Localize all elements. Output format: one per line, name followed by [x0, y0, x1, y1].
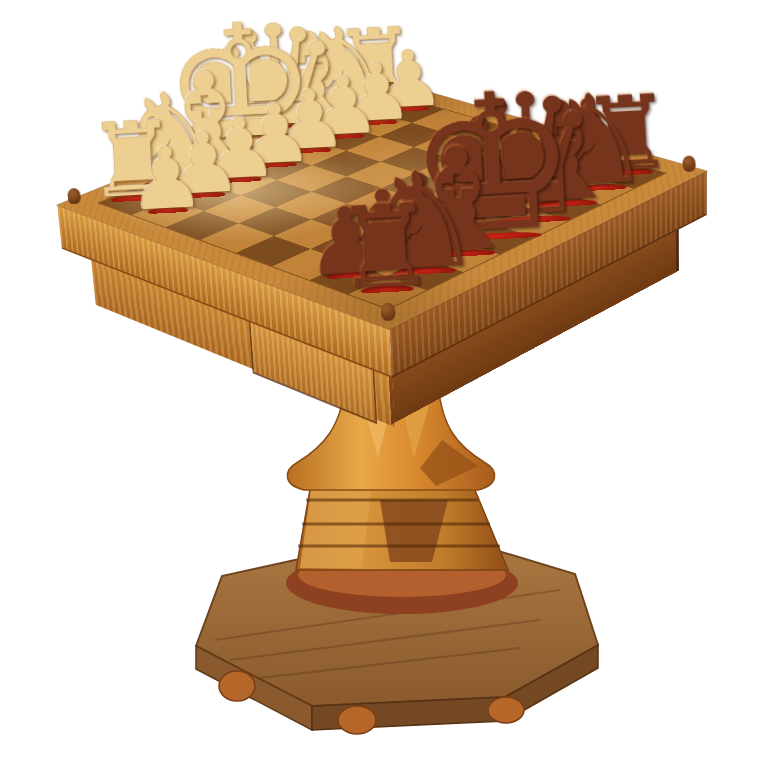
chess-piece-black-rook[interactable]: ♜: [327, 199, 444, 295]
corner-peg: [380, 302, 396, 321]
table-tilt-group: ♜♞♝♛♚♝♞♜♟♟♟♟♟♟♟♟♟♟♟♟♟♟♟♟♜♞♝♛♚♝♞♜: [0, 0, 768, 768]
corner-peg: [67, 188, 81, 205]
board-square[interactable]: [241, 180, 312, 207]
chess-table-photo: ♜♞♝♛♚♝♞♜♟♟♟♟♟♟♟♟♟♟♟♟♟♟♟♟♜♞♝♛♚♝♞♜: [0, 0, 768, 768]
black-rook-glyph: ♜: [332, 189, 438, 306]
white-pawn-glyph: ♟: [126, 134, 207, 223]
corner-peg: [682, 155, 696, 172]
chess-piece-white-pawn[interactable]: ♟: [122, 143, 211, 215]
